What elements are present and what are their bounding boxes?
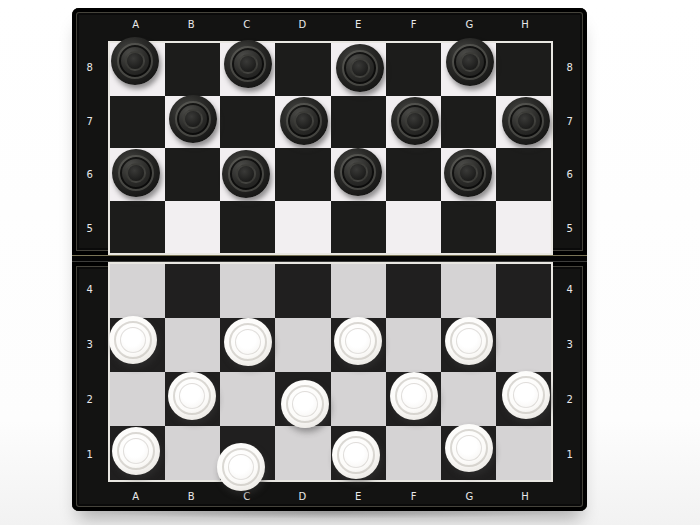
checker-black-c8[interactable] <box>224 40 272 88</box>
rank-label-1-right: 1 <box>553 427 587 482</box>
rank-label-8-left: 8 <box>72 41 108 95</box>
file-label-f-top: F <box>386 8 442 41</box>
rank-labels-top-left: 8765 <box>72 41 108 255</box>
square-h5[interactable] <box>496 201 551 254</box>
square-b7[interactable] <box>165 96 220 149</box>
board-top-half: ABCDEFGH 8765 8765 <box>72 8 587 255</box>
square-c8[interactable] <box>220 43 275 96</box>
checker-white-c3[interactable] <box>224 318 272 366</box>
square-e4[interactable] <box>331 264 386 318</box>
checker-white-b2[interactable] <box>168 372 216 420</box>
square-f4[interactable] <box>386 264 441 318</box>
file-label-h-bottom: H <box>497 482 553 511</box>
rank-labels-bottom-left: 4321 <box>72 262 108 482</box>
square-b5[interactable] <box>165 201 220 254</box>
square-d4[interactable] <box>275 264 330 318</box>
checker-white-c1[interactable] <box>217 443 265 491</box>
square-f6[interactable] <box>386 148 441 201</box>
checker-black-e6[interactable] <box>334 148 382 196</box>
square-g7[interactable] <box>441 96 496 149</box>
squares-grid-bottom <box>108 262 553 482</box>
file-label-h-top: H <box>497 8 553 41</box>
rank-label-5-right: 5 <box>553 202 587 256</box>
rank-label-8-right: 8 <box>553 41 587 95</box>
checker-black-f7[interactable] <box>391 97 439 145</box>
checker-black-d7[interactable] <box>280 97 328 145</box>
checker-black-a6[interactable] <box>112 149 160 197</box>
square-f8[interactable] <box>386 43 441 96</box>
square-g8[interactable] <box>441 43 496 96</box>
file-labels-top: ABCDEFGH <box>72 8 587 41</box>
file-label-e-top: E <box>331 8 387 41</box>
checker-black-g8[interactable] <box>446 38 494 86</box>
checker-black-h7[interactable] <box>502 97 550 145</box>
rank-label-2-right: 2 <box>553 372 587 427</box>
square-e6[interactable] <box>331 148 386 201</box>
square-h4[interactable] <box>496 264 551 318</box>
board-bottom-half: 4321 4321 ABCDEFGH <box>72 262 587 511</box>
photo-background: ABCDEFGH 8765 8765 4321 4321 ABCDEFGH <box>0 0 700 525</box>
square-a5[interactable] <box>110 201 165 254</box>
square-c4[interactable] <box>220 264 275 318</box>
square-h3[interactable] <box>496 318 551 372</box>
square-e1[interactable] <box>331 426 386 480</box>
square-h7[interactable] <box>496 96 551 149</box>
rank-label-4-left: 4 <box>72 262 108 317</box>
square-g1[interactable] <box>441 426 496 480</box>
square-f3[interactable] <box>386 318 441 372</box>
checker-black-a8[interactable] <box>111 37 159 85</box>
checker-black-g6[interactable] <box>444 149 492 197</box>
file-labels-bottom: ABCDEFGH <box>72 482 587 511</box>
square-d1[interactable] <box>275 426 330 480</box>
square-e3[interactable] <box>331 318 386 372</box>
square-f1[interactable] <box>386 426 441 480</box>
square-c2[interactable] <box>220 372 275 426</box>
file-label-e-bottom: E <box>331 482 387 511</box>
checker-black-c6[interactable] <box>222 150 270 198</box>
checker-black-b7[interactable] <box>169 95 217 143</box>
file-label-a-bottom: A <box>108 482 164 511</box>
square-f2[interactable] <box>386 372 441 426</box>
square-e5[interactable] <box>331 201 386 254</box>
file-label-f-bottom: F <box>386 482 442 511</box>
square-a8[interactable] <box>110 43 165 96</box>
bottom-half-play-area: 4321 4321 <box>72 262 587 482</box>
square-a1[interactable] <box>110 426 165 480</box>
square-h2[interactable] <box>496 372 551 426</box>
checker-white-g1[interactable] <box>445 424 493 472</box>
frame-corner-spacer <box>72 8 108 41</box>
rank-label-3-left: 3 <box>72 317 108 372</box>
rank-label-2-left: 2 <box>72 372 108 427</box>
square-b6[interactable] <box>165 148 220 201</box>
frame-corner-spacer <box>553 8 587 41</box>
square-h1[interactable] <box>496 426 551 480</box>
rank-label-3-right: 3 <box>553 317 587 372</box>
square-g6[interactable] <box>441 148 496 201</box>
file-label-g-top: G <box>442 8 498 41</box>
square-b3[interactable] <box>165 318 220 372</box>
square-a7[interactable] <box>110 96 165 149</box>
file-label-c-top: C <box>219 8 275 41</box>
rank-label-5-left: 5 <box>72 202 108 256</box>
square-b4[interactable] <box>165 264 220 318</box>
square-b1[interactable] <box>165 426 220 480</box>
square-c5[interactable] <box>220 201 275 254</box>
rank-label-6-right: 6 <box>553 148 587 202</box>
square-e2[interactable] <box>331 372 386 426</box>
file-label-b-top: B <box>164 8 220 41</box>
frame-corner-spacer <box>553 482 587 511</box>
checker-white-a1[interactable] <box>112 427 160 475</box>
rank-labels-top-right: 8765 <box>553 41 587 255</box>
checker-white-a3[interactable] <box>109 316 157 364</box>
checker-white-d2[interactable] <box>281 380 329 428</box>
board-hinge-seam <box>72 255 587 262</box>
square-d3[interactable] <box>275 318 330 372</box>
file-label-g-bottom: G <box>442 482 498 511</box>
file-label-d-bottom: D <box>275 482 331 511</box>
square-c1[interactable] <box>220 426 275 480</box>
square-d5[interactable] <box>275 201 330 254</box>
rank-labels-bottom-right: 4321 <box>553 262 587 482</box>
square-c6[interactable] <box>220 148 275 201</box>
top-half-play-area: 8765 8765 <box>72 41 587 255</box>
square-g2[interactable] <box>441 372 496 426</box>
square-g5[interactable] <box>441 201 496 254</box>
checker-black-e8[interactable] <box>336 44 384 92</box>
rank-label-4-right: 4 <box>553 262 587 317</box>
square-c7[interactable] <box>220 96 275 149</box>
checker-white-g3[interactable] <box>445 317 493 365</box>
squares-grid-top <box>108 41 553 255</box>
square-a6[interactable] <box>110 148 165 201</box>
square-f5[interactable] <box>386 201 441 254</box>
square-a4[interactable] <box>110 264 165 318</box>
frame-corner-spacer <box>72 482 108 511</box>
square-d7[interactable] <box>275 96 330 149</box>
checkers-board: ABCDEFGH 8765 8765 4321 4321 ABCDEFGH <box>72 8 587 511</box>
square-g4[interactable] <box>441 264 496 318</box>
square-b2[interactable] <box>165 372 220 426</box>
checker-white-e3[interactable] <box>334 317 382 365</box>
square-d8[interactable] <box>275 43 330 96</box>
file-label-b-bottom: B <box>164 482 220 511</box>
square-f7[interactable] <box>386 96 441 149</box>
rank-label-6-left: 6 <box>72 148 108 202</box>
square-d6[interactable] <box>275 148 330 201</box>
checker-white-f2[interactable] <box>390 372 438 420</box>
square-a3[interactable] <box>110 318 165 372</box>
square-h6[interactable] <box>496 148 551 201</box>
square-b8[interactable] <box>165 43 220 96</box>
square-d2[interactable] <box>275 372 330 426</box>
rank-label-7-left: 7 <box>72 95 108 149</box>
square-e7[interactable] <box>331 96 386 149</box>
rank-label-7-right: 7 <box>553 95 587 149</box>
checker-white-e1[interactable] <box>332 431 380 479</box>
square-c3[interactable] <box>220 318 275 372</box>
square-h8[interactable] <box>496 43 551 96</box>
checker-white-h2[interactable] <box>502 371 550 419</box>
square-g3[interactable] <box>441 318 496 372</box>
file-label-d-top: D <box>275 8 331 41</box>
rank-label-1-left: 1 <box>72 427 108 482</box>
square-a2[interactable] <box>110 372 165 426</box>
file-label-a-top: A <box>108 8 164 41</box>
square-e8[interactable] <box>331 43 386 96</box>
